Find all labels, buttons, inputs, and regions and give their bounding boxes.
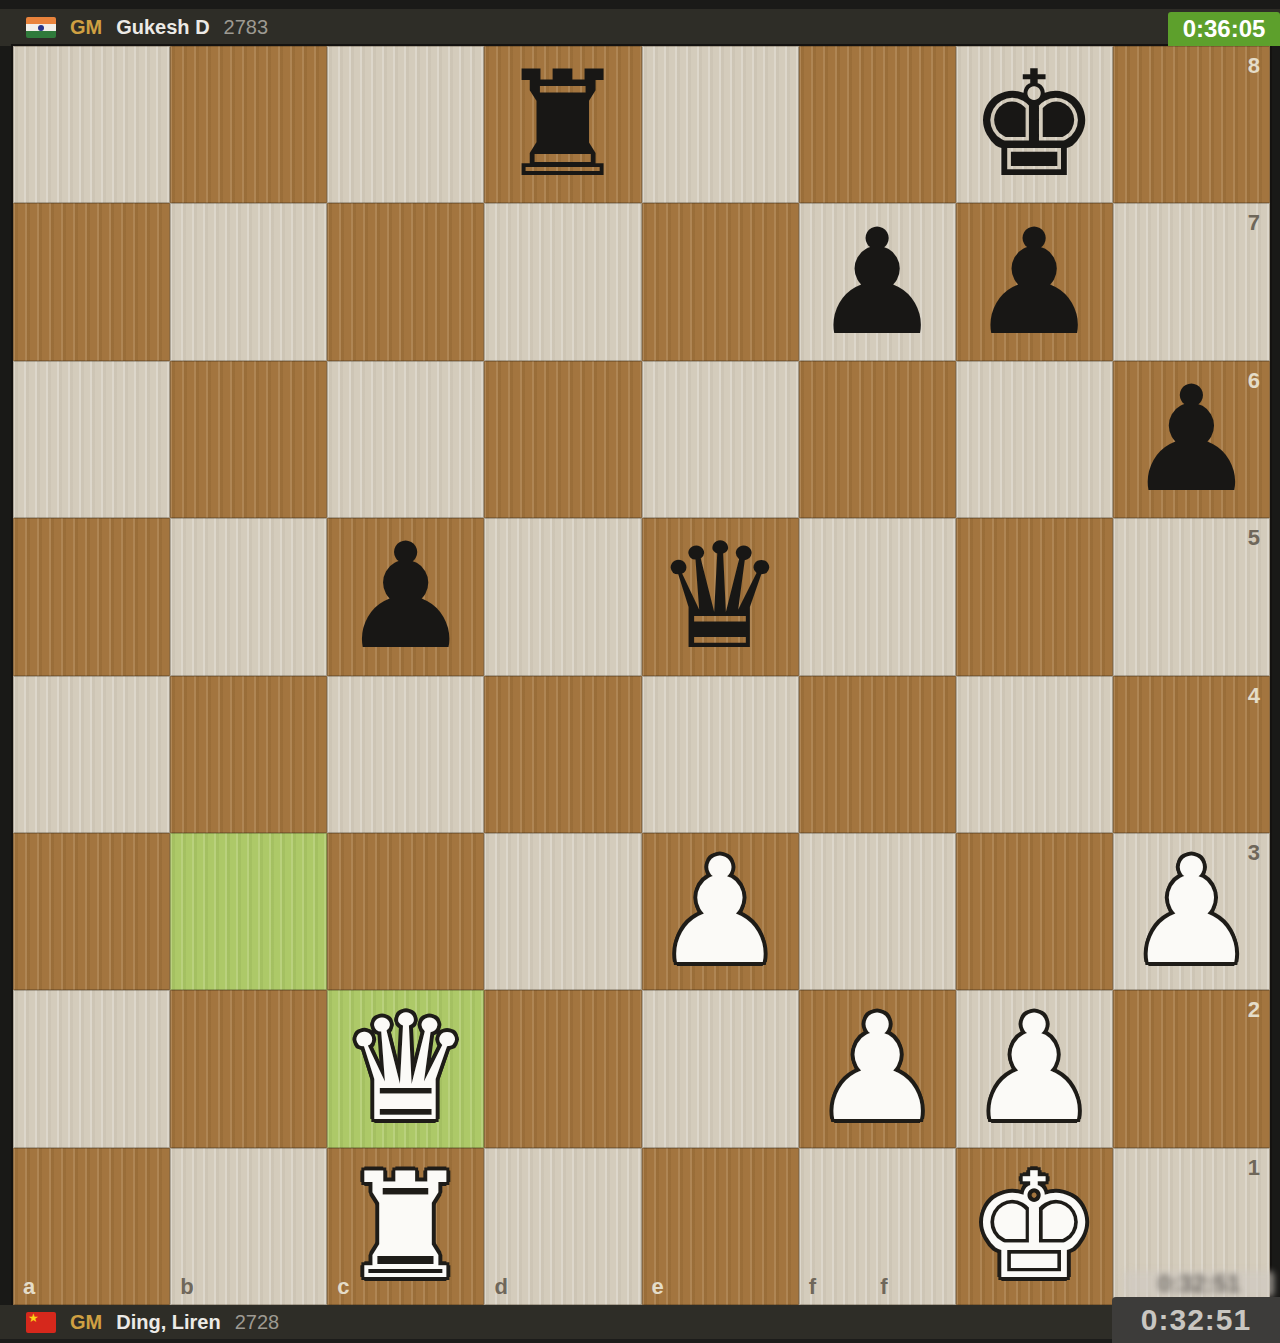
piece-black-pawn-h6: ♟ [1126,361,1257,518]
rank-label-4: 4 [1248,683,1260,709]
square-g2[interactable]: ♟ [956,990,1113,1147]
bottom-player-bar: ★ GM Ding, Liren 2728 [0,1305,1280,1343]
square-f4[interactable] [799,676,956,833]
square-c4[interactable] [327,676,484,833]
square-h4[interactable]: 4 [1113,676,1270,833]
rank-label-8: 8 [1248,53,1260,79]
square-f7[interactable]: ♟ [799,203,956,360]
piece-black-pawn-f7: ♟ [812,204,943,361]
piece-black-queen-e5: ♛ [655,518,786,675]
square-h2[interactable]: 2 [1113,990,1270,1147]
square-d7[interactable] [484,203,641,360]
square-c3[interactable] [327,833,484,990]
square-g5[interactable] [956,518,1113,675]
rank-label-7: 7 [1248,210,1260,236]
square-b6[interactable] [170,361,327,518]
square-b5[interactable] [170,518,327,675]
square-e5[interactable]: ♛ [642,518,799,675]
square-a6[interactable] [13,361,170,518]
square-a7[interactable] [13,203,170,360]
square-d4[interactable] [484,676,641,833]
square-f6[interactable] [799,361,956,518]
square-f3[interactable] [799,833,956,990]
file-label-e: e [652,1274,664,1300]
bottom-player-rating: 2728 [235,1311,280,1334]
rank-label-1: 1 [1248,1155,1260,1181]
clock-ghost-artifact: 0:32:51 [1124,1271,1274,1297]
file-label-c: c [337,1274,349,1300]
square-d2[interactable] [484,990,641,1147]
square-g7[interactable]: ♟ [956,203,1113,360]
square-h7[interactable]: 7 [1113,203,1270,360]
bottom-player-clock: 0:32:51 [1112,1297,1280,1343]
bottom-player-title: GM [70,1311,102,1334]
square-e1[interactable]: e [642,1148,799,1305]
square-d1[interactable]: d [484,1148,641,1305]
piece-black-king-g8: ♚ [969,46,1100,203]
top-player-name: Gukesh D [116,16,209,39]
square-c2[interactable]: ♛ [327,990,484,1147]
square-c1[interactable]: ♜c [327,1148,484,1305]
square-c7[interactable] [327,203,484,360]
file-label-f: f [809,1274,816,1300]
india-flag-icon [26,17,56,38]
piece-black-rook-d8: ♜ [497,46,628,203]
square-h6[interactable]: ♟6 [1113,361,1270,518]
square-h3[interactable]: ♟3 [1113,833,1270,990]
square-f5[interactable] [799,518,956,675]
square-f2[interactable]: ♟ [799,990,956,1147]
square-g3[interactable] [956,833,1113,990]
square-e3[interactable]: ♟ [642,833,799,990]
square-h8[interactable]: 8 [1113,46,1270,203]
square-h5[interactable]: 5 [1113,518,1270,675]
piece-white-king-g1: ♚ [969,1148,1100,1305]
square-g4[interactable] [956,676,1113,833]
file-label-a: a [23,1274,35,1300]
square-a5[interactable] [13,518,170,675]
square-b2[interactable] [170,990,327,1147]
top-player-rating: 2783 [224,16,269,39]
piece-white-pawn-e3: ♟ [655,833,786,990]
rank-label-6: 6 [1248,368,1260,394]
chess-board: ♜♚8♟♟7♟6♟♛54♟♟3♛♟♟2ab♜cdeff♚1 [13,46,1270,1305]
piece-white-pawn-h3: ♟ [1126,833,1257,990]
square-e4[interactable] [642,676,799,833]
square-a4[interactable] [13,676,170,833]
top-player-title: GM [70,16,102,39]
square-g1[interactable]: ♚ [956,1148,1113,1305]
broadcast-screen: GM Gukesh D 2783 0:36:05 ♜♚8♟♟7♟6♟♛54♟♟3… [0,0,1280,1343]
square-c8[interactable] [327,46,484,203]
piece-black-pawn-g7: ♟ [969,204,1100,361]
square-d5[interactable] [484,518,641,675]
square-c6[interactable] [327,361,484,518]
square-b3[interactable] [170,833,327,990]
square-a3[interactable] [13,833,170,990]
square-f1[interactable]: ff [799,1148,956,1305]
square-e8[interactable] [642,46,799,203]
file-label-d: d [494,1274,507,1300]
square-g8[interactable]: ♚ [956,46,1113,203]
square-g6[interactable] [956,361,1113,518]
square-d6[interactable] [484,361,641,518]
square-c5[interactable]: ♟ [327,518,484,675]
piece-white-pawn-g2: ♟ [969,990,1100,1147]
square-d3[interactable] [484,833,641,990]
square-b8[interactable] [170,46,327,203]
square-b4[interactable] [170,676,327,833]
square-a2[interactable] [13,990,170,1147]
square-e2[interactable] [642,990,799,1147]
piece-white-pawn-f2: ♟ [812,990,943,1147]
piece-black-pawn-c5: ♟ [340,518,471,675]
square-f8[interactable] [799,46,956,203]
file-label-b: b [180,1274,193,1300]
square-e7[interactable] [642,203,799,360]
rank-label-3: 3 [1248,840,1260,866]
rank-label-2: 2 [1248,997,1260,1023]
piece-white-rook-c1: ♜ [340,1148,471,1305]
rank-label-5: 5 [1248,525,1260,551]
bottom-player-name: Ding, Liren [116,1311,220,1334]
square-b7[interactable] [170,203,327,360]
square-e6[interactable] [642,361,799,518]
file-label-ghost-f: f [880,1274,887,1300]
square-a8[interactable] [13,46,170,203]
piece-white-queen-c2: ♛ [340,990,471,1147]
top-player-clock: 0:36:05 [1168,12,1280,46]
china-flag-icon: ★ [26,1312,56,1333]
square-d8[interactable]: ♜ [484,46,641,203]
square-b1[interactable]: b [170,1148,327,1305]
square-a1[interactable]: a [13,1148,170,1305]
